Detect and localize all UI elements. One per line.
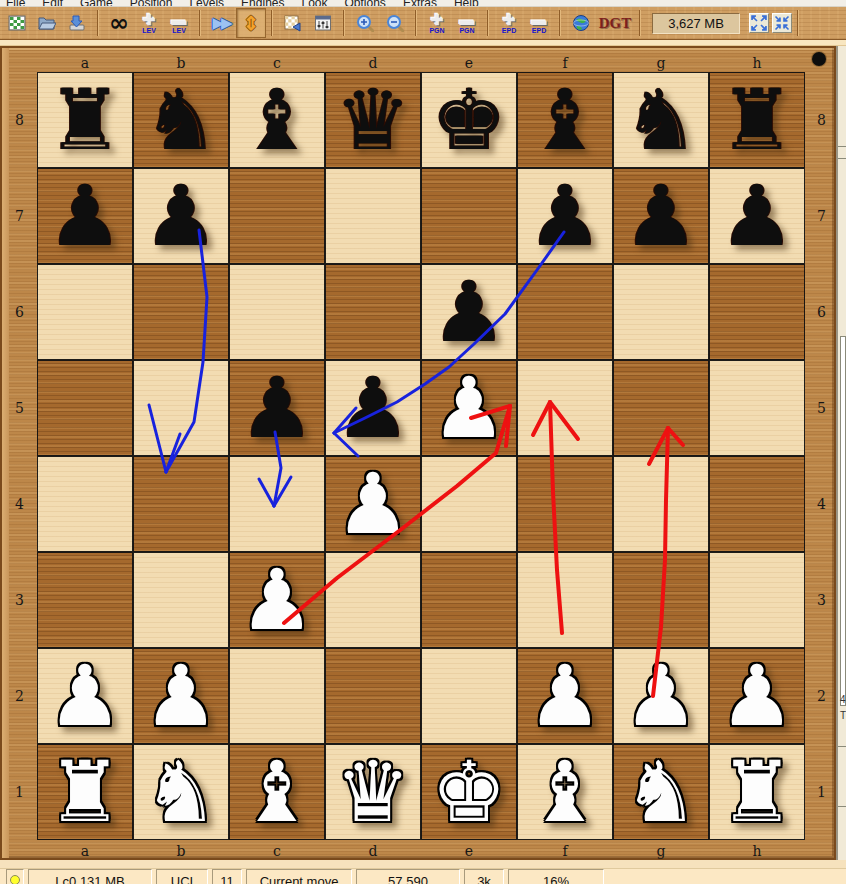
- square-e3[interactable]: [421, 552, 517, 648]
- black-knight[interactable]: ♞: [613, 72, 709, 168]
- file-label-f: f: [517, 842, 613, 860]
- white-king[interactable]: ♚: [421, 744, 517, 840]
- side-panel-sliver: 4 T: [836, 46, 846, 860]
- toolbar: ∞ ✚ LEV ▬ LEV ▶▶ ⇕: [0, 7, 846, 40]
- rank-label-1: 1: [805, 744, 838, 840]
- pgn-label: PGN: [459, 27, 474, 34]
- chess-board: ♜♞♝♛♚♝♞♜♟♟♟♟♟♟♟♟♟♟♟♟♟♟♟♟♜♞♝♛♚♝♞♜: [37, 72, 805, 840]
- square-b2[interactable]: ♟: [133, 648, 229, 744]
- file-label-d: d: [325, 842, 421, 860]
- square-g1[interactable]: ♞: [613, 744, 709, 840]
- square-c3[interactable]: ♟: [229, 552, 325, 648]
- square-f3[interactable]: [517, 552, 613, 648]
- minus-icon: ▬: [460, 13, 475, 26]
- internet-button[interactable]: [566, 8, 596, 38]
- square-b7[interactable]: ♟: [133, 168, 229, 264]
- file-label-b: b: [133, 54, 229, 72]
- save-icon: [68, 14, 86, 32]
- black-rook[interactable]: ♜: [37, 72, 133, 168]
- square-a6[interactable]: [37, 264, 133, 360]
- minus-icon: ▬: [172, 13, 187, 26]
- black-pawn[interactable]: ♟: [133, 168, 229, 264]
- fast-forward-icon: ▶▶: [212, 14, 229, 32]
- rank-label-7: 7: [805, 168, 838, 264]
- status-dot-icon: [10, 875, 20, 884]
- open-folder-icon: [38, 14, 56, 32]
- status-cell-4: 57,590: [356, 869, 460, 884]
- level-minus-button[interactable]: ▬ LEV: [164, 8, 194, 38]
- zoom-in-icon: [356, 14, 374, 32]
- settings-sliders-icon: [314, 14, 332, 32]
- setup-board-icon: [284, 14, 302, 32]
- file-label-c: c: [229, 54, 325, 72]
- white-pawn[interactable]: ♟: [709, 648, 805, 744]
- black-pawn[interactable]: ♟: [709, 168, 805, 264]
- menu-edit[interactable]: Edit: [42, 0, 63, 7]
- square-h3[interactable]: [709, 552, 805, 648]
- square-h2[interactable]: ♟: [709, 648, 805, 744]
- white-pawn[interactable]: ♟: [421, 360, 517, 456]
- plus-icon: ✚: [503, 13, 516, 26]
- save-button[interactable]: [62, 8, 92, 38]
- black-pawn[interactable]: ♟: [37, 168, 133, 264]
- square-b4[interactable]: [133, 456, 229, 552]
- black-pawn[interactable]: ♟: [325, 360, 421, 456]
- status-cell-0: Lc0 131 MB: [28, 869, 152, 884]
- toolbar-separator: [559, 10, 561, 36]
- file-label-b: b: [133, 842, 229, 860]
- white-knight[interactable]: ♞: [133, 744, 229, 840]
- square-c5[interactable]: ♟: [229, 360, 325, 456]
- square-d8[interactable]: ♛: [325, 72, 421, 168]
- white-pawn[interactable]: ♟: [517, 648, 613, 744]
- square-h1[interactable]: ♜: [709, 744, 805, 840]
- status-cell-1: UCI: [156, 869, 208, 884]
- pgn-plus-button[interactable]: ✚ PGN: [422, 8, 452, 38]
- engine-status-indicator: [6, 869, 24, 884]
- status-cell-6: 16%: [508, 869, 604, 884]
- square-b6[interactable]: [133, 264, 229, 360]
- epd-plus-button[interactable]: ✚ EPD: [494, 8, 524, 38]
- setup-position-button[interactable]: [278, 8, 308, 38]
- square-f7[interactable]: ♟: [517, 168, 613, 264]
- file-label-f: f: [517, 54, 613, 72]
- square-d6[interactable]: [325, 264, 421, 360]
- file-labels-top: abcdefgh: [37, 48, 805, 72]
- square-c1[interactable]: ♝: [229, 744, 325, 840]
- rank-labels-right: 87654321: [805, 72, 838, 840]
- epd-label: EPD: [532, 27, 546, 34]
- square-e1[interactable]: ♚: [421, 744, 517, 840]
- white-queen[interactable]: ♛: [325, 744, 421, 840]
- square-g3[interactable]: [613, 552, 709, 648]
- square-d3[interactable]: [325, 552, 421, 648]
- board-frame: abcdefgh 87654321 ♜♞♝♛♚♝♞♜♟♟♟♟♟♟♟♟♟♟♟♟♟♟…: [0, 46, 836, 860]
- square-f2[interactable]: ♟: [517, 648, 613, 744]
- menu-extras[interactable]: Extras: [403, 0, 437, 7]
- status-bar: Lc0 131 MBUCI11Current move57,5903k16%: [0, 868, 846, 884]
- square-a5[interactable]: [37, 360, 133, 456]
- file-label-a: a: [37, 54, 133, 72]
- toolbar-separator: [343, 10, 345, 36]
- square-d1[interactable]: ♛: [325, 744, 421, 840]
- white-pawn[interactable]: ♟: [613, 648, 709, 744]
- menu-look[interactable]: Look: [301, 0, 327, 7]
- rank-label-8: 8: [2, 72, 37, 168]
- square-e5[interactable]: ♟: [421, 360, 517, 456]
- white-pawn[interactable]: ♟: [229, 552, 325, 648]
- lev-label: LEV: [172, 27, 186, 34]
- square-e4[interactable]: [421, 456, 517, 552]
- file-label-h: h: [709, 54, 805, 72]
- file-label-e: e: [421, 842, 517, 860]
- square-c2[interactable]: [229, 648, 325, 744]
- status-cell-5: 3k: [464, 869, 504, 884]
- rank-label-6: 6: [805, 264, 838, 360]
- menu-engines[interactable]: Engines: [241, 0, 284, 7]
- toolbar-separator: [271, 10, 273, 36]
- square-h4[interactable]: [709, 456, 805, 552]
- up-down-arrow-icon: ⇕: [243, 14, 259, 33]
- square-a7[interactable]: ♟: [37, 168, 133, 264]
- engine-settings-button[interactable]: [308, 8, 338, 38]
- side-to-move-indicator: [812, 52, 826, 66]
- epd-label: EPD: [502, 27, 516, 34]
- square-g7[interactable]: ♟: [613, 168, 709, 264]
- rank-label-3: 3: [805, 552, 838, 648]
- black-queen[interactable]: ♛: [325, 72, 421, 168]
- minus-icon: ▬: [532, 13, 547, 26]
- rank-label-7: 7: [2, 168, 37, 264]
- toolbar-separator: [97, 10, 99, 36]
- square-c4[interactable]: [229, 456, 325, 552]
- pgn-minus-button[interactable]: ▬ PGN: [452, 8, 482, 38]
- file-label-d: d: [325, 54, 421, 72]
- menu-levels[interactable]: Levels: [189, 0, 224, 7]
- rank-label-5: 5: [2, 360, 37, 456]
- collapse-arrows-icon: [773, 14, 791, 32]
- white-rook[interactable]: ♜: [709, 744, 805, 840]
- new-board-button[interactable]: [2, 8, 32, 38]
- black-pawn[interactable]: ♟: [421, 264, 517, 360]
- black-pawn[interactable]: ♟: [229, 360, 325, 456]
- square-a1[interactable]: ♜: [37, 744, 133, 840]
- square-b3[interactable]: [133, 552, 229, 648]
- square-a4[interactable]: [37, 456, 133, 552]
- zoom-out-button[interactable]: [380, 8, 410, 38]
- square-g6[interactable]: [613, 264, 709, 360]
- square-f4[interactable]: [517, 456, 613, 552]
- plus-icon: ✚: [431, 13, 444, 26]
- square-d5[interactable]: ♟: [325, 360, 421, 456]
- panel-fragment: 4: [840, 694, 846, 705]
- black-knight[interactable]: ♞: [133, 72, 229, 168]
- rank-label-4: 4: [805, 456, 838, 552]
- file-labels-bottom: abcdefgh: [37, 840, 805, 862]
- square-g5[interactable]: [613, 360, 709, 456]
- level-plus-button[interactable]: ✚ LEV: [134, 8, 164, 38]
- toolbar-separator: [199, 10, 201, 36]
- panel-fragment: T: [840, 710, 846, 721]
- flip-board-button[interactable]: ⇕: [236, 8, 266, 38]
- maximize-board-button[interactable]: [749, 13, 769, 33]
- square-c7[interactable]: [229, 168, 325, 264]
- square-f8[interactable]: ♝: [517, 72, 613, 168]
- white-pawn[interactable]: ♟: [325, 456, 421, 552]
- square-g2[interactable]: ♟: [613, 648, 709, 744]
- black-king[interactable]: ♚: [421, 72, 517, 168]
- white-rook[interactable]: ♜: [37, 744, 133, 840]
- rank-label-2: 2: [805, 648, 838, 744]
- square-e2[interactable]: [421, 648, 517, 744]
- file-label-a: a: [37, 842, 133, 860]
- square-a3[interactable]: [37, 552, 133, 648]
- board-area: ♜♞♝♛♚♝♞♜♟♟♟♟♟♟♟♟♟♟♟♟♟♟♟♟♜♞♝♛♚♝♞♜: [37, 72, 805, 840]
- square-h7[interactable]: ♟: [709, 168, 805, 264]
- square-f5[interactable]: [517, 360, 613, 456]
- dgt-board-button[interactable]: DGT: [596, 8, 634, 38]
- menu-bar: FileEditGamePositionLevelsEnginesLookOpt…: [0, 0, 846, 7]
- menu-game[interactable]: Game: [80, 0, 113, 7]
- rank-label-4: 4: [2, 456, 37, 552]
- restore-board-button[interactable]: [772, 13, 792, 33]
- rank-label-6: 6: [2, 264, 37, 360]
- square-e7[interactable]: [421, 168, 517, 264]
- square-d2[interactable]: [325, 648, 421, 744]
- file-label-h: h: [709, 842, 805, 860]
- rank-label-1: 1: [2, 744, 37, 840]
- toolbar-separator: [639, 10, 641, 36]
- black-pawn[interactable]: ♟: [613, 168, 709, 264]
- lev-label: LEV: [142, 27, 156, 34]
- file-label-g: g: [613, 54, 709, 72]
- status-cell-2: 11: [212, 869, 242, 884]
- black-pawn[interactable]: ♟: [517, 168, 613, 264]
- rank-label-3: 3: [2, 552, 37, 648]
- rank-label-5: 5: [805, 360, 838, 456]
- white-bishop[interactable]: ♝: [517, 744, 613, 840]
- white-pawn[interactable]: ♟: [133, 648, 229, 744]
- pgn-label: PGN: [429, 27, 444, 34]
- globe-icon: [572, 14, 590, 32]
- square-f6[interactable]: [517, 264, 613, 360]
- expand-arrows-icon: [750, 14, 768, 32]
- square-b1[interactable]: ♞: [133, 744, 229, 840]
- black-bishop[interactable]: ♝: [517, 72, 613, 168]
- white-knight[interactable]: ♞: [613, 744, 709, 840]
- square-a8[interactable]: ♜: [37, 72, 133, 168]
- toolbar-separator: [415, 10, 417, 36]
- square-h5[interactable]: [709, 360, 805, 456]
- infinite-analysis-button[interactable]: ∞: [104, 8, 134, 38]
- square-d4[interactable]: ♟: [325, 456, 421, 552]
- square-g8[interactable]: ♞: [613, 72, 709, 168]
- infinity-icon: ∞: [109, 13, 129, 33]
- square-b8[interactable]: ♞: [133, 72, 229, 168]
- white-bishop[interactable]: ♝: [229, 744, 325, 840]
- square-h8[interactable]: ♜: [709, 72, 805, 168]
- board-icon: [8, 14, 26, 32]
- dgt-logo: DGT: [599, 15, 632, 32]
- epd-minus-button[interactable]: ▬ EPD: [524, 8, 554, 38]
- menu-options[interactable]: Options: [345, 0, 386, 7]
- file-label-g: g: [613, 842, 709, 860]
- toolbar-separator: [487, 10, 489, 36]
- file-label-e: e: [421, 54, 517, 72]
- square-d7[interactable]: [325, 168, 421, 264]
- zoom-out-icon: [386, 14, 404, 32]
- white-pawn[interactable]: ♟: [37, 648, 133, 744]
- memory-display: 3,627 MB: [652, 13, 740, 34]
- menu-file[interactable]: File: [6, 0, 25, 7]
- menu-position[interactable]: Position: [130, 0, 173, 7]
- rank-label-2: 2: [2, 648, 37, 744]
- plus-icon: ✚: [143, 13, 156, 26]
- rank-label-8: 8: [805, 72, 838, 168]
- square-b5[interactable]: [133, 360, 229, 456]
- file-label-c: c: [229, 842, 325, 860]
- menu-help[interactable]: Help: [454, 0, 479, 7]
- square-c6[interactable]: [229, 264, 325, 360]
- open-button[interactable]: [32, 8, 62, 38]
- black-bishop[interactable]: ♝: [229, 72, 325, 168]
- zoom-in-button[interactable]: [350, 8, 380, 38]
- rank-labels-left: 87654321: [2, 72, 37, 840]
- toolbar-separator: [797, 10, 799, 36]
- square-a2[interactable]: ♟: [37, 648, 133, 744]
- black-rook[interactable]: ♜: [709, 72, 805, 168]
- square-h6[interactable]: [709, 264, 805, 360]
- square-f1[interactable]: ♝: [517, 744, 613, 840]
- status-cell-3: Current move: [246, 869, 352, 884]
- square-g4[interactable]: [613, 456, 709, 552]
- square-e6[interactable]: ♟: [421, 264, 517, 360]
- square-e8[interactable]: ♚: [421, 72, 517, 168]
- square-c8[interactable]: ♝: [229, 72, 325, 168]
- demo-mode-button[interactable]: ▶▶: [206, 8, 236, 38]
